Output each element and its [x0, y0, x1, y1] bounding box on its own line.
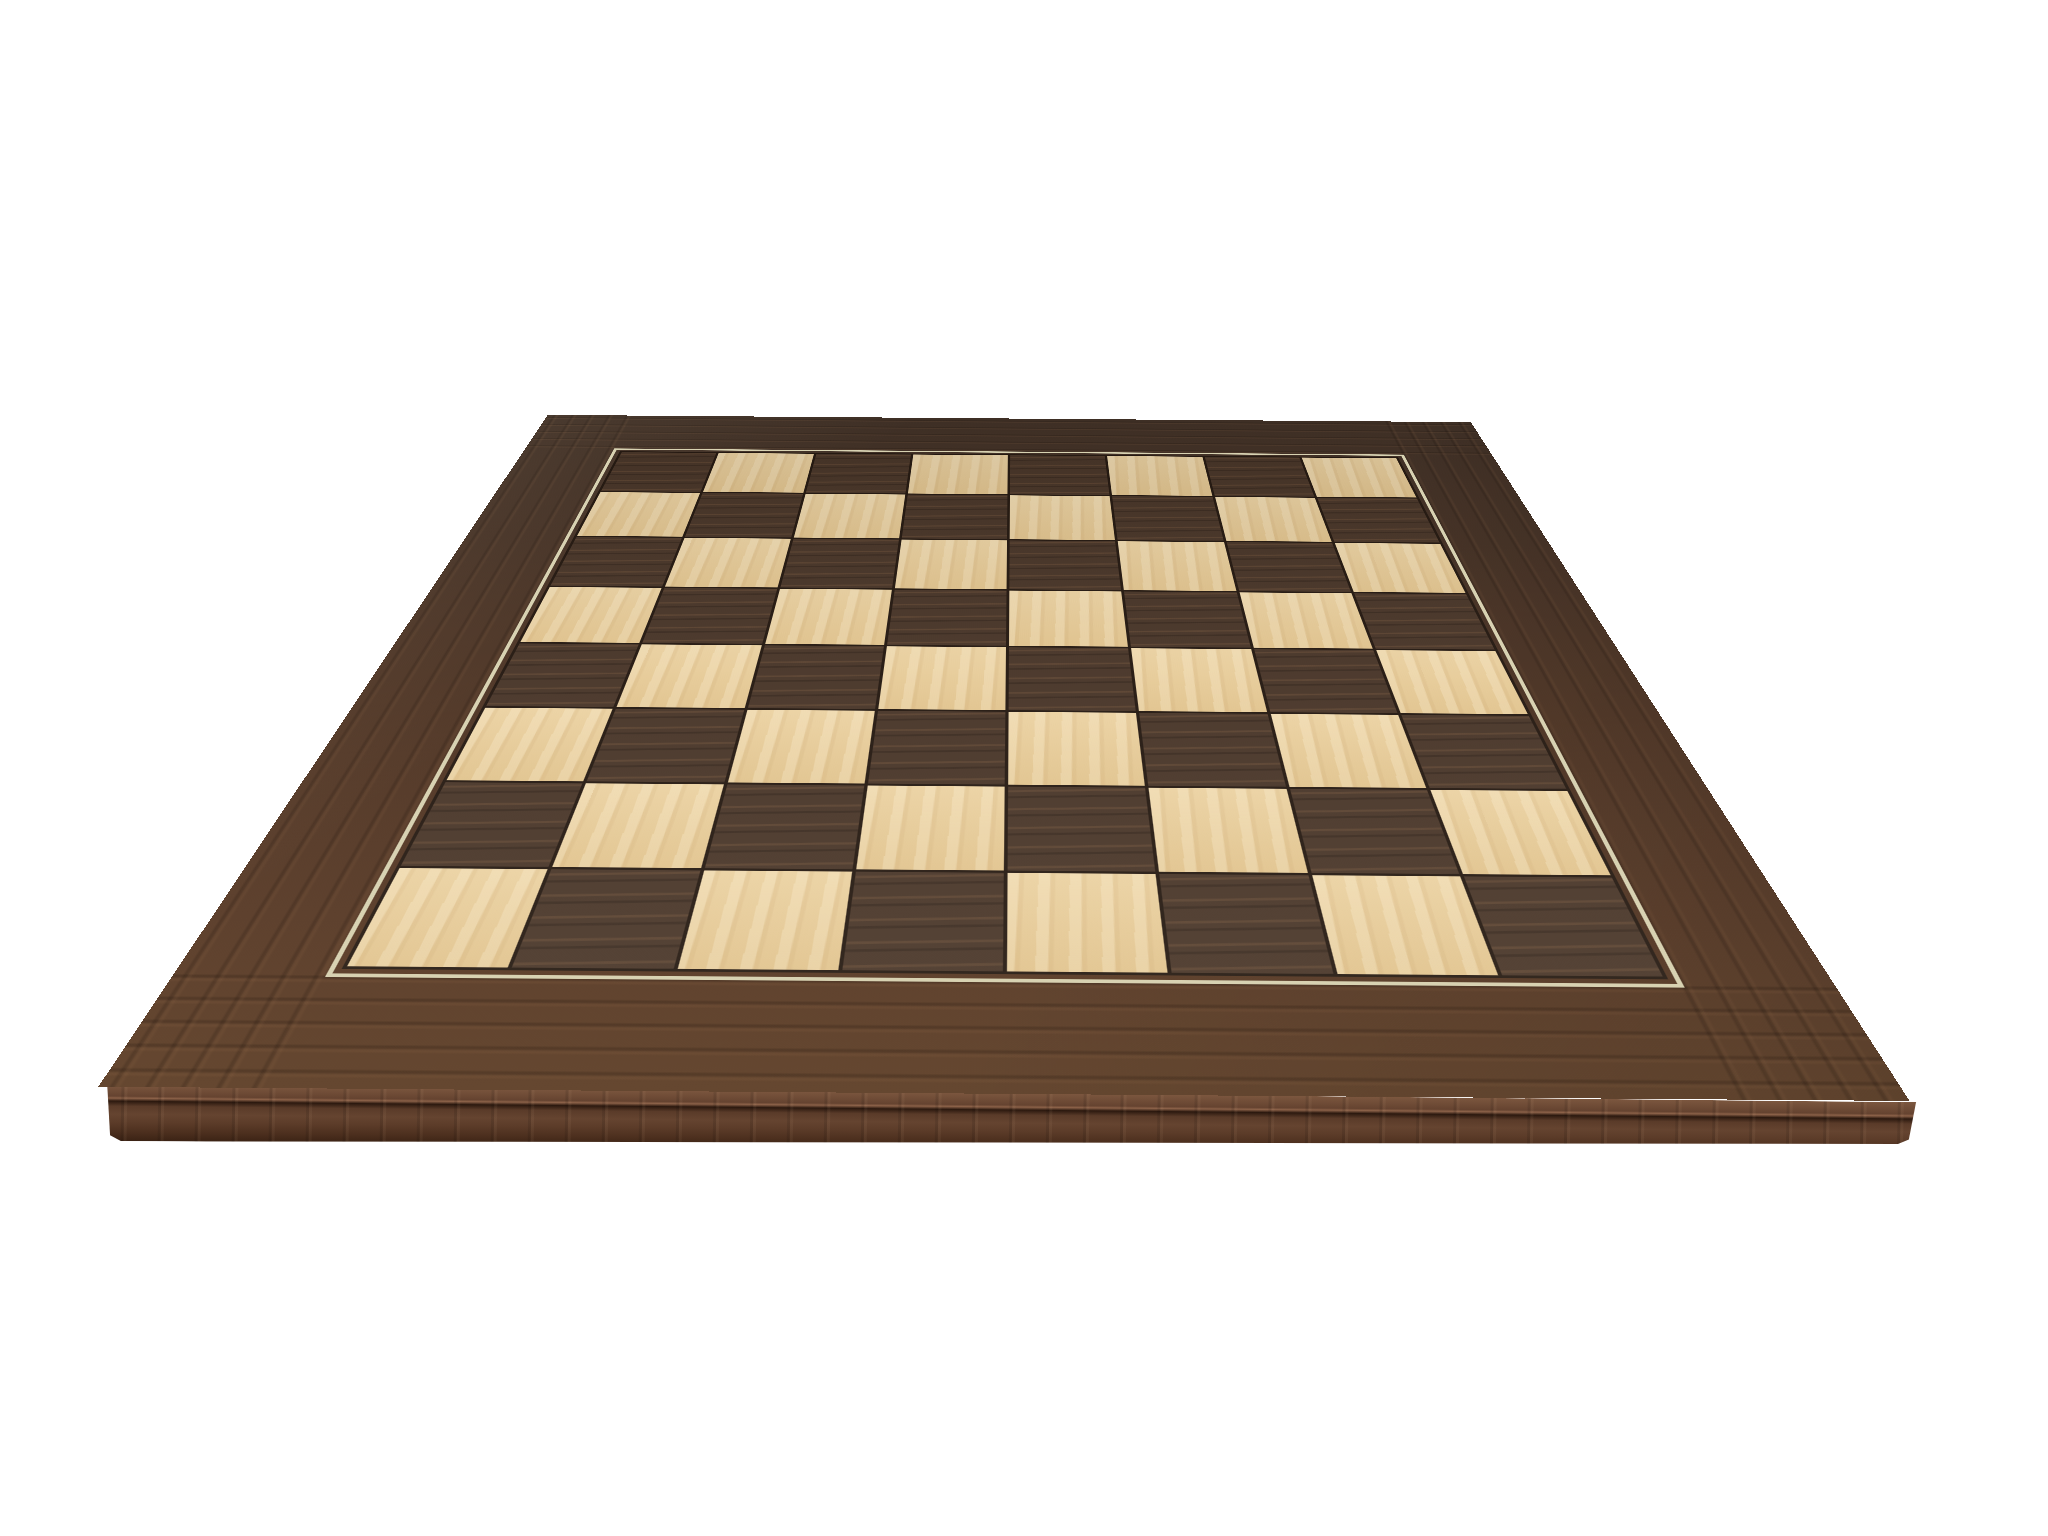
- square-d8: [908, 454, 1008, 494]
- square-e4: [1009, 647, 1136, 711]
- square-d2: [856, 785, 1005, 870]
- square-c6: [780, 539, 899, 589]
- square-f8: [1107, 456, 1212, 496]
- square-h6: [1334, 543, 1465, 593]
- chess-board: [98, 415, 1909, 1101]
- square-g5: [1239, 592, 1372, 648]
- square-d7: [902, 495, 1008, 539]
- square-e2: [1008, 786, 1156, 871]
- square-d5: [887, 590, 1007, 646]
- square-f1: [1160, 874, 1333, 974]
- square-a5: [520, 587, 661, 643]
- square-g6: [1226, 542, 1350, 592]
- square-d1: [842, 871, 1004, 971]
- square-c4: [747, 645, 883, 709]
- square-d3: [868, 711, 1006, 784]
- square-e1: [1007, 873, 1168, 973]
- square-e7: [1010, 495, 1115, 539]
- square-f4: [1131, 648, 1266, 712]
- square-f7: [1112, 496, 1223, 541]
- square-h8: [1302, 458, 1417, 498]
- square-e3: [1008, 712, 1145, 785]
- square-f6: [1118, 541, 1236, 591]
- square-c8: [805, 454, 910, 494]
- square-b2: [553, 783, 724, 868]
- square-c7: [793, 494, 905, 538]
- square-c3: [727, 710, 874, 783]
- square-h7: [1317, 498, 1439, 543]
- square-f2: [1149, 787, 1307, 872]
- square-b4: [617, 644, 762, 708]
- square-d6: [895, 539, 1007, 589]
- square-e5: [1009, 590, 1128, 646]
- square-a6: [551, 537, 683, 587]
- square-g8: [1204, 457, 1314, 497]
- square-e8: [1010, 455, 1110, 495]
- square-a8: [601, 452, 717, 492]
- square-g3: [1270, 714, 1425, 788]
- square-g2: [1289, 788, 1459, 873]
- square-b8: [703, 453, 813, 493]
- square-c5: [765, 589, 892, 645]
- square-b7: [685, 493, 802, 537]
- square-d4: [878, 646, 1006, 710]
- square-c1: [677, 870, 852, 970]
- square-e6: [1009, 540, 1121, 590]
- square-f3: [1139, 713, 1285, 787]
- square-g7: [1215, 497, 1332, 542]
- square-b5: [643, 588, 777, 644]
- square-g4: [1254, 649, 1398, 713]
- square-b6: [665, 538, 790, 588]
- square-c2: [704, 784, 864, 869]
- frame-rail-bottom: [98, 968, 1909, 1101]
- square-a7: [577, 492, 700, 536]
- square-f5: [1124, 591, 1250, 647]
- square-b3: [587, 709, 744, 782]
- playing-field: [342, 451, 1669, 979]
- product-photo-canvas: [0, 0, 2048, 1536]
